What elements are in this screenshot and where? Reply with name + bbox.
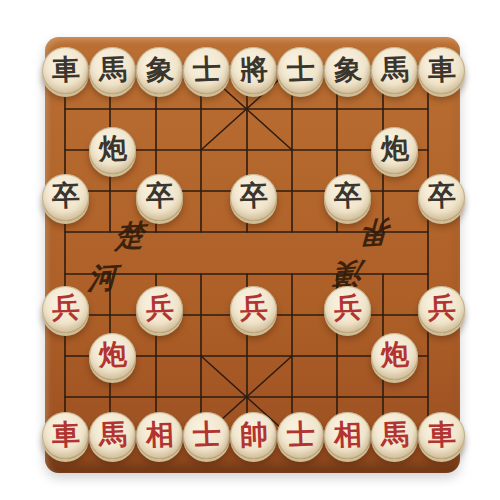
piece-black-cannon[interactable]: 炮 [371,127,418,174]
piece-red-chariot[interactable]: 車 [42,412,89,459]
piece-glyph: 卒 [239,182,268,211]
piece-black-elephant[interactable]: 象 [324,47,371,94]
product-photo: 楚河 漢界 車馬象士將士象馬車炮炮卒卒卒卒卒兵兵兵兵兵炮炮車馬相士帥士相馬車 [0,0,500,500]
piece-glyph: 兵 [239,294,268,323]
piece-glyph: 兵 [145,294,174,323]
piece-glyph: 卒 [333,182,362,211]
piece-glyph: 車 [51,420,80,449]
piece-black-soldier[interactable]: 卒 [42,174,89,221]
piece-glyph: 士 [286,420,315,449]
piece-red-horse[interactable]: 馬 [371,412,418,459]
piece-black-elephant[interactable]: 象 [136,47,183,94]
piece-red-soldier[interactable]: 兵 [230,286,277,333]
piece-glyph: 相 [145,420,174,449]
piece-red-cannon[interactable]: 炮 [89,333,136,380]
piece-red-advisor[interactable]: 士 [277,412,324,459]
piece-glyph: 炮 [98,341,127,370]
piece-red-soldier[interactable]: 兵 [136,286,183,333]
piece-glyph: 兵 [51,294,80,323]
piece-glyph: 相 [333,420,362,449]
piece-glyph: 馬 [98,420,127,449]
piece-glyph: 炮 [380,135,409,164]
piece-glyph: 士 [192,55,221,84]
piece-black-horse[interactable]: 馬 [371,47,418,94]
piece-red-horse[interactable]: 馬 [89,412,136,459]
piece-glyph: 士 [286,55,315,84]
piece-red-elephant[interactable]: 相 [324,412,371,459]
piece-glyph: 象 [145,55,174,84]
piece-glyph: 馬 [380,420,409,449]
piece-glyph: 車 [51,55,80,84]
piece-glyph: 士 [192,420,221,449]
piece-red-elephant[interactable]: 相 [136,412,183,459]
piece-glyph: 兵 [427,294,456,323]
piece-black-chariot[interactable]: 車 [42,47,89,94]
piece-glyph: 車 [427,420,456,449]
piece-glyph: 馬 [380,55,409,84]
piece-glyph: 卒 [427,182,456,211]
piece-black-soldier[interactable]: 卒 [418,174,465,221]
piece-glyph: 炮 [380,341,409,370]
piece-black-advisor[interactable]: 士 [183,47,230,94]
piece-red-soldier[interactable]: 兵 [324,286,371,333]
piece-glyph: 卒 [51,182,80,211]
piece-black-horse[interactable]: 馬 [89,47,136,94]
piece-black-advisor[interactable]: 士 [277,47,324,94]
piece-red-soldier[interactable]: 兵 [418,286,465,333]
piece-red-soldier[interactable]: 兵 [42,286,89,333]
piece-glyph: 卒 [145,182,174,211]
piece-layer: 車馬象士將士象馬車炮炮卒卒卒卒卒兵兵兵兵兵炮炮車馬相士帥士相馬車 [42,47,451,459]
piece-red-advisor[interactable]: 士 [183,412,230,459]
piece-black-soldier[interactable]: 卒 [230,174,277,221]
piece-black-general[interactable]: 將 [230,47,277,94]
piece-red-chariot[interactable]: 車 [418,412,465,459]
piece-glyph: 象 [333,55,362,84]
piece-glyph: 兵 [333,294,362,323]
piece-glyph: 炮 [98,135,127,164]
piece-glyph: 馬 [98,55,127,84]
piece-glyph: 車 [427,55,456,84]
piece-red-cannon[interactable]: 炮 [371,333,418,380]
piece-red-general[interactable]: 帥 [230,412,277,459]
piece-black-soldier[interactable]: 卒 [324,174,371,221]
piece-black-soldier[interactable]: 卒 [136,174,183,221]
piece-black-chariot[interactable]: 車 [418,47,465,94]
piece-glyph: 帥 [239,420,268,449]
piece-glyph: 將 [239,55,268,84]
piece-black-cannon[interactable]: 炮 [89,127,136,174]
